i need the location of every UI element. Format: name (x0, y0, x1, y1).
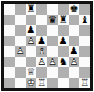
square-f5[interactable]: ♟ (58, 36, 69, 47)
square-b1[interactable] (15, 78, 26, 89)
piece-white-pawn: ♙ (36, 57, 47, 68)
square-f7[interactable]: ♜ (58, 15, 69, 26)
square-c2[interactable]: ♛♕ (26, 67, 37, 78)
square-h6[interactable] (79, 25, 90, 36)
square-g4[interactable]: ♟ (69, 46, 80, 57)
square-c6[interactable]: ♟ (26, 25, 37, 36)
square-g1[interactable] (69, 78, 80, 89)
square-f3[interactable]: ♞ (58, 57, 69, 68)
square-f6[interactable] (58, 25, 69, 36)
square-b6[interactable] (15, 25, 26, 36)
square-e8[interactable] (47, 4, 58, 15)
chess-board: ♜♚♛♜♝♟♟♙♟♟♟♙♝♗♟♟♙♟♙♞♟♙♛♕♚♔♜♖♜♖ (4, 4, 90, 88)
piece-black-pawn: ♟ (69, 46, 80, 57)
piece-black-knight: ♞ (58, 57, 69, 68)
square-a6[interactable] (4, 25, 15, 36)
square-c1[interactable]: ♚♔ (26, 78, 37, 89)
square-d6[interactable] (36, 25, 47, 36)
square-g7[interactable] (69, 15, 80, 26)
square-e6[interactable] (47, 25, 58, 36)
square-f2[interactable] (58, 67, 69, 78)
square-b5[interactable] (15, 36, 26, 47)
square-b8[interactable] (15, 4, 26, 15)
square-h4[interactable] (79, 46, 90, 57)
square-d7[interactable] (36, 15, 47, 26)
piece-white-pawn: ♙ (69, 57, 80, 68)
square-d3[interactable]: ♟♙ (36, 57, 47, 68)
square-a4[interactable] (4, 46, 15, 57)
square-g6[interactable] (69, 25, 80, 36)
square-b2[interactable] (15, 67, 26, 78)
square-c4[interactable] (26, 46, 37, 57)
piece-fill: ♝ (36, 46, 47, 57)
square-c8[interactable]: ♜ (26, 4, 37, 15)
piece-fill: ♟ (69, 57, 80, 68)
piece-white-king: ♔ (26, 78, 37, 89)
piece-black-pawn: ♟ (58, 36, 69, 47)
square-e4[interactable] (47, 46, 58, 57)
square-h5[interactable] (79, 36, 90, 47)
square-b3[interactable] (15, 57, 26, 68)
square-a7[interactable] (4, 15, 15, 26)
piece-white-pawn: ♙ (26, 36, 37, 47)
square-c7[interactable] (26, 15, 37, 26)
chess-diagram: ♜♚♛♜♝♟♟♙♟♟♟♙♝♗♟♟♙♟♙♞♟♙♛♕♚♔♜♖♜♖ (0, 0, 94, 92)
piece-black-pawn: ♟ (26, 25, 37, 36)
piece-fill: ♟ (26, 36, 37, 47)
square-a1[interactable] (4, 78, 15, 89)
piece-fill: ♜ (36, 78, 47, 89)
piece-white-rook: ♖ (36, 78, 47, 89)
piece-fill: ♜ (79, 78, 90, 89)
piece-black-rook: ♜ (26, 4, 37, 15)
square-f1[interactable] (58, 78, 69, 89)
square-f4[interactable] (58, 46, 69, 57)
piece-white-rook: ♖ (79, 78, 90, 89)
piece-fill: ♚ (26, 78, 37, 89)
square-g5[interactable] (69, 36, 80, 47)
square-h1[interactable]: ♜♖ (79, 78, 90, 89)
piece-black-rook: ♜ (58, 15, 69, 26)
square-f8[interactable] (58, 4, 69, 15)
piece-black-pawn: ♟ (36, 36, 47, 47)
square-h3[interactable] (79, 57, 90, 68)
square-e3[interactable]: ♟♙ (47, 57, 58, 68)
piece-black-king: ♚ (69, 4, 80, 15)
square-g2[interactable] (69, 67, 80, 78)
square-c5[interactable]: ♟♙ (26, 36, 37, 47)
square-e2[interactable] (47, 67, 58, 78)
square-d1[interactable]: ♜♖ (36, 78, 47, 89)
square-d5[interactable]: ♟ (36, 36, 47, 47)
square-e5[interactable] (47, 36, 58, 47)
square-b4[interactable]: ♟♙ (15, 46, 26, 57)
square-h2[interactable] (79, 67, 90, 78)
square-h8[interactable] (79, 4, 90, 15)
square-d8[interactable] (36, 4, 47, 15)
piece-black-bishop: ♝ (79, 15, 90, 26)
piece-fill: ♟ (15, 46, 26, 57)
square-d4[interactable]: ♝♗ (36, 46, 47, 57)
piece-white-pawn: ♙ (47, 57, 58, 68)
square-a3[interactable] (4, 57, 15, 68)
piece-white-queen: ♕ (26, 67, 37, 78)
piece-fill: ♟ (47, 57, 58, 68)
square-d2[interactable] (36, 67, 47, 78)
square-a5[interactable] (4, 36, 15, 47)
piece-white-bishop: ♗ (36, 46, 47, 57)
square-e1[interactable] (47, 78, 58, 89)
square-g3[interactable]: ♟♙ (69, 57, 80, 68)
piece-fill: ♟ (36, 57, 47, 68)
piece-fill: ♛ (26, 67, 37, 78)
square-h7[interactable]: ♝ (79, 15, 90, 26)
square-c3[interactable] (26, 57, 37, 68)
square-g8[interactable]: ♚ (69, 4, 80, 15)
piece-black-queen: ♛ (47, 15, 58, 26)
square-a2[interactable] (4, 67, 15, 78)
square-a8[interactable] (4, 4, 15, 15)
square-e7[interactable]: ♛ (47, 15, 58, 26)
square-b7[interactable] (15, 15, 26, 26)
piece-white-pawn: ♙ (15, 46, 26, 57)
board-frame: ♜♚♛♜♝♟♟♙♟♟♟♙♝♗♟♟♙♟♙♞♟♙♛♕♚♔♜♖♜♖ (1, 1, 93, 91)
